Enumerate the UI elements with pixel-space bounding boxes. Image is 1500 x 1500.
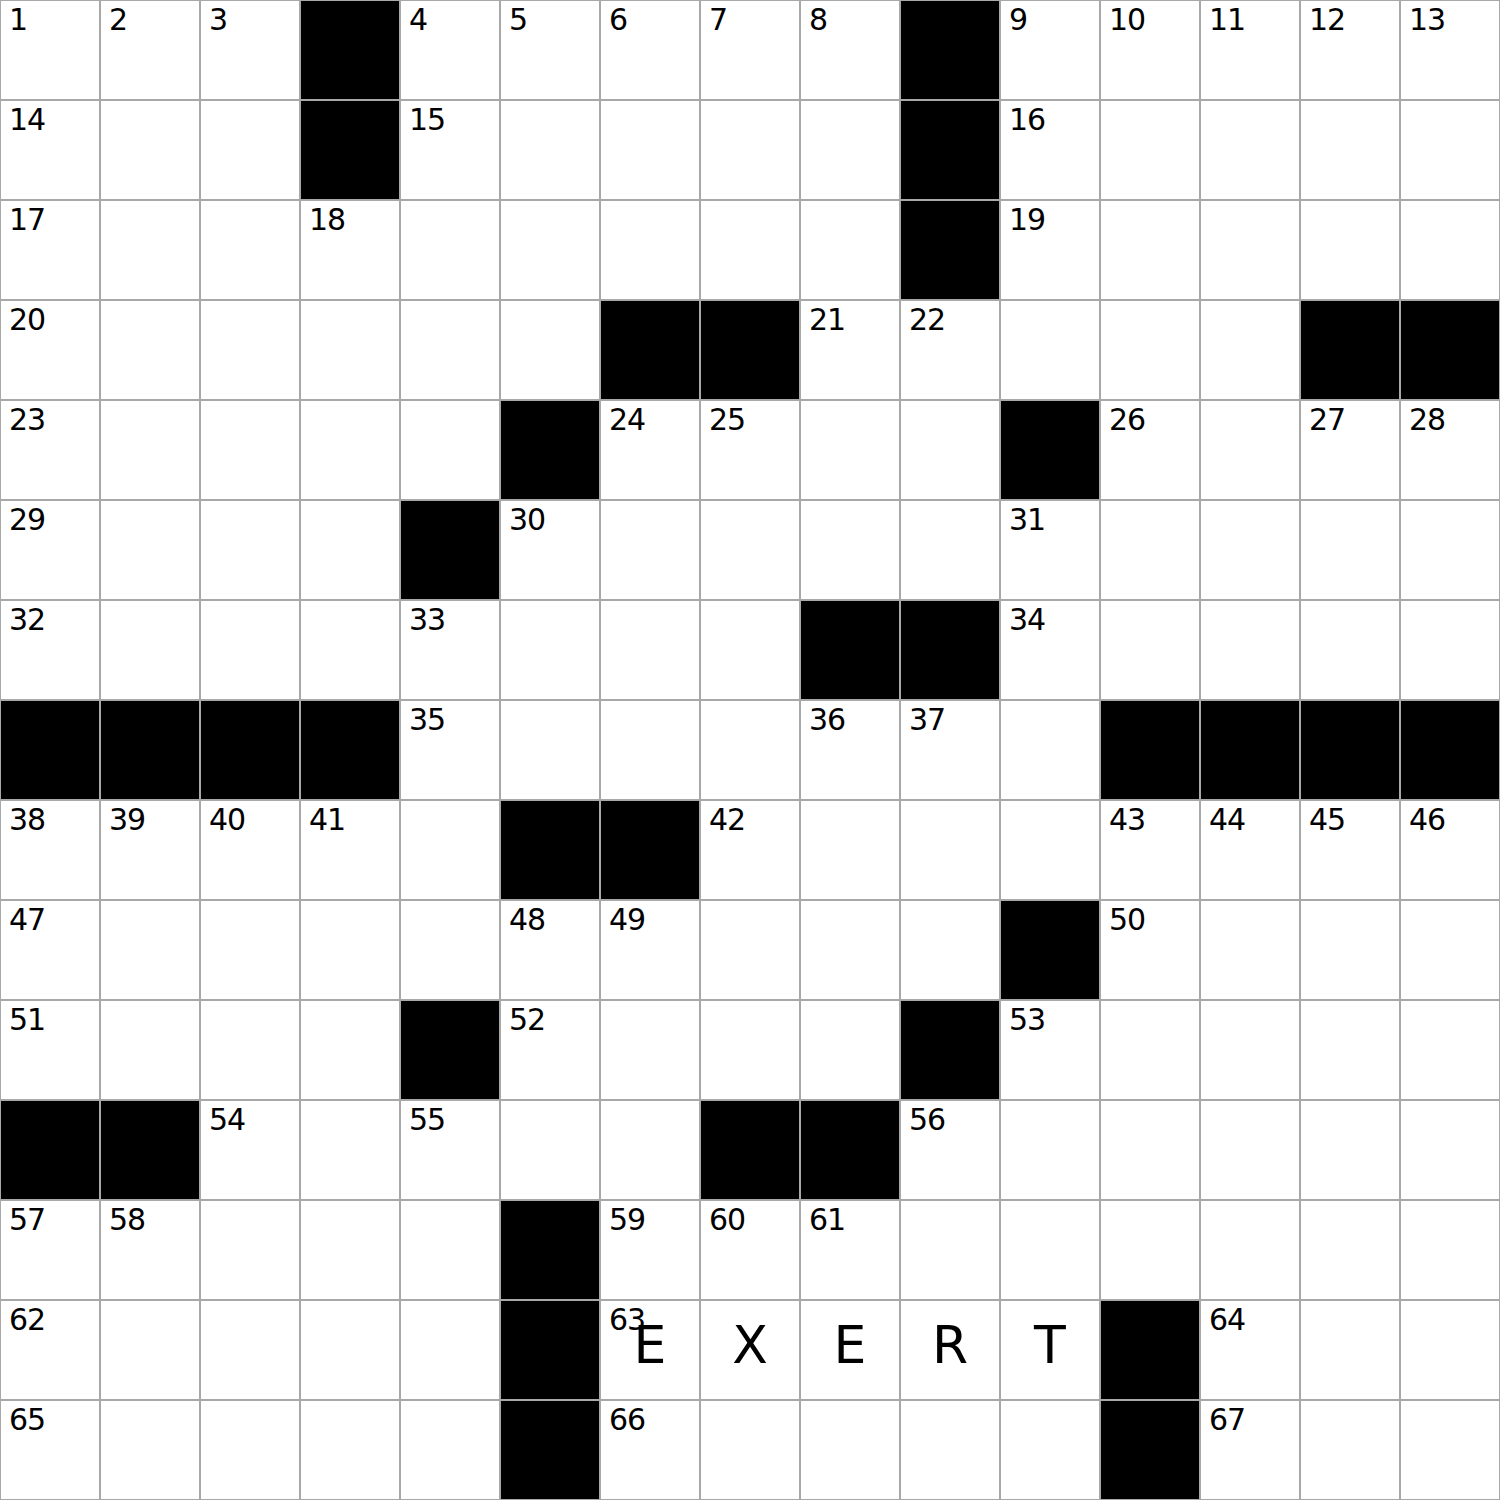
- clue-number: 9: [1009, 5, 1027, 35]
- cell-r13c4[interactable]: [301, 1201, 399, 1299]
- cell-r15c12: [1101, 1401, 1199, 1499]
- cell-r3c11[interactable]: 19: [1001, 201, 1099, 299]
- cell-r2c6[interactable]: [501, 101, 599, 199]
- cell-r14c7[interactable]: 63E: [601, 1301, 699, 1399]
- cell-r3c12[interactable]: [1101, 201, 1199, 299]
- cell-r4c9[interactable]: 21: [801, 301, 899, 399]
- cell-r8c13: [1201, 701, 1299, 799]
- clue-number: 40: [209, 805, 245, 835]
- clue-number: 55: [409, 1105, 445, 1135]
- clue-number: 8: [809, 5, 827, 35]
- clue-number: 28: [1409, 405, 1445, 435]
- cell-r9c1[interactable]: 38: [1, 801, 99, 899]
- cell-r15c9[interactable]: [801, 1401, 899, 1499]
- cell-r5c6: [501, 401, 599, 499]
- clue-number: 10: [1109, 5, 1145, 35]
- cell-r11c8[interactable]: [701, 1001, 799, 1099]
- cell-r3c4[interactable]: 18: [301, 201, 399, 299]
- cell-r14c11[interactable]: T: [1001, 1301, 1099, 1399]
- cell-r12c6[interactable]: [501, 1101, 599, 1199]
- cell-r13c8[interactable]: 60: [701, 1201, 799, 1299]
- cell-r5c14[interactable]: 27: [1301, 401, 1399, 499]
- clue-number: 32: [9, 605, 45, 635]
- cell-r6c10[interactable]: [901, 501, 999, 599]
- cell-r8c3: [201, 701, 299, 799]
- cell-r10c6[interactable]: 48: [501, 901, 599, 999]
- cell-r12c12[interactable]: [1101, 1101, 1199, 1199]
- cell-r12c10[interactable]: 56: [901, 1101, 999, 1199]
- cell-r4c10[interactable]: 22: [901, 301, 999, 399]
- clue-number: 54: [209, 1105, 245, 1135]
- cell-r10c9[interactable]: [801, 901, 899, 999]
- clue-number: 31: [1009, 505, 1045, 535]
- clue-number: 45: [1309, 805, 1345, 835]
- cell-r7c1[interactable]: 32: [1, 601, 99, 699]
- cell-r12c4[interactable]: [301, 1101, 399, 1199]
- clue-number: 34: [1009, 605, 1045, 635]
- clue-number: 7: [709, 5, 727, 35]
- clue-number: 59: [609, 1205, 645, 1235]
- cell-r4c14: [1301, 301, 1399, 399]
- cell-r10c12[interactable]: 50: [1101, 901, 1199, 999]
- cell-r3c10: [901, 201, 999, 299]
- cell-r10c10[interactable]: [901, 901, 999, 999]
- cell-r6c6[interactable]: 30: [501, 501, 599, 599]
- clue-number: 48: [509, 905, 545, 935]
- clue-number: 33: [409, 605, 445, 635]
- clue-number: 67: [1209, 1405, 1245, 1435]
- clue-number: 47: [9, 905, 45, 935]
- cell-r4c2[interactable]: [101, 301, 199, 399]
- cell-r1c6[interactable]: 5: [501, 1, 599, 99]
- cell-r12c8: [701, 1101, 799, 1199]
- cell-r9c3[interactable]: 40: [201, 801, 299, 899]
- cell-r8c12: [1101, 701, 1199, 799]
- cell-r5c5[interactable]: [401, 401, 499, 499]
- cell-r3c5[interactable]: [401, 201, 499, 299]
- clue-number: 22: [909, 305, 945, 335]
- cell-r7c5[interactable]: 33: [401, 601, 499, 699]
- cell-r9c4[interactable]: 41: [301, 801, 399, 899]
- clue-number: 56: [909, 1105, 945, 1135]
- cell-r5c13[interactable]: [1201, 401, 1299, 499]
- cell-r11c11[interactable]: 53: [1001, 1001, 1099, 1099]
- cell-r1c10: [901, 1, 999, 99]
- cell-r15c1[interactable]: 65: [1, 1401, 99, 1499]
- cell-r5c2[interactable]: [101, 401, 199, 499]
- cell-r6c1[interactable]: 29: [1, 501, 99, 599]
- cell-r6c14[interactable]: [1301, 501, 1399, 599]
- clue-number: 66: [609, 1405, 645, 1435]
- cell-r1c5[interactable]: 4: [401, 1, 499, 99]
- cell-r4c12[interactable]: [1101, 301, 1199, 399]
- cell-r13c15[interactable]: [1401, 1201, 1499, 1299]
- cell-r9c8[interactable]: 42: [701, 801, 799, 899]
- cell-r14c14[interactable]: [1301, 1301, 1399, 1399]
- clue-number: 25: [709, 405, 745, 435]
- clue-number: 65: [9, 1405, 45, 1435]
- cell-r12c5[interactable]: 55: [401, 1101, 499, 1199]
- cell-r8c7[interactable]: [601, 701, 699, 799]
- cell-r5c9[interactable]: [801, 401, 899, 499]
- clue-number: 62: [9, 1305, 45, 1335]
- cell-r15c5[interactable]: [401, 1401, 499, 1499]
- clue-number: 57: [9, 1205, 45, 1235]
- cell-r7c11[interactable]: 34: [1001, 601, 1099, 699]
- cell-r7c2[interactable]: [101, 601, 199, 699]
- cell-r7c8[interactable]: [701, 601, 799, 699]
- cell-r15c15[interactable]: [1401, 1401, 1499, 1499]
- cell-r1c15[interactable]: 13: [1401, 1, 1499, 99]
- cell-r11c13[interactable]: [1201, 1001, 1299, 1099]
- cell-r9c2[interactable]: 39: [101, 801, 199, 899]
- cell-r14c1[interactable]: 62: [1, 1301, 99, 1399]
- cell-r12c1: [1, 1101, 99, 1199]
- cell-r14c5[interactable]: [401, 1301, 499, 1399]
- cell-r15c13[interactable]: 67: [1201, 1401, 1299, 1499]
- cell-r13c13[interactable]: [1201, 1201, 1299, 1299]
- clue-number: 3: [209, 5, 227, 35]
- crossword-grid: 1234567891011121314151617181920212223242…: [0, 0, 1500, 1500]
- cell-r5c7[interactable]: 24: [601, 401, 699, 499]
- cell-r3c15[interactable]: [1401, 201, 1499, 299]
- cell-r13c12[interactable]: [1101, 1201, 1199, 1299]
- cell-r13c5[interactable]: [401, 1201, 499, 1299]
- clue-number: 44: [1209, 805, 1245, 835]
- clue-number: 50: [1109, 905, 1145, 935]
- cell-r15c8[interactable]: [701, 1401, 799, 1499]
- cell-r2c15[interactable]: [1401, 101, 1499, 199]
- cell-r10c3[interactable]: [201, 901, 299, 999]
- cell-r6c7[interactable]: [601, 501, 699, 599]
- clue-number: 12: [1309, 5, 1345, 35]
- cell-r9c12[interactable]: 43: [1101, 801, 1199, 899]
- cell-r3c2[interactable]: [101, 201, 199, 299]
- cell-r7c4[interactable]: [301, 601, 399, 699]
- cell-r1c8[interactable]: 7: [701, 1, 799, 99]
- cell-r1c2[interactable]: 2: [101, 1, 199, 99]
- cell-r11c3[interactable]: [201, 1001, 299, 1099]
- cell-r6c13[interactable]: [1201, 501, 1299, 599]
- cell-r14c2[interactable]: [101, 1301, 199, 1399]
- cell-r7c10: [901, 601, 999, 699]
- cell-r11c10: [901, 1001, 999, 1099]
- cell-r2c13[interactable]: [1201, 101, 1299, 199]
- clue-number: 16: [1009, 105, 1045, 135]
- clue-number: 21: [809, 305, 845, 335]
- clue-number: 52: [509, 1005, 545, 1035]
- cell-r6c11[interactable]: 31: [1001, 501, 1099, 599]
- cell-r4c8: [701, 301, 799, 399]
- cell-r15c2[interactable]: [101, 1401, 199, 1499]
- cell-r4c3[interactable]: [201, 301, 299, 399]
- cell-r4c4[interactable]: [301, 301, 399, 399]
- cell-r11c15[interactable]: [1401, 1001, 1499, 1099]
- cell-r10c8[interactable]: [701, 901, 799, 999]
- clue-number: 23: [9, 405, 45, 435]
- cell-r10c4[interactable]: [301, 901, 399, 999]
- clue-number: 15: [409, 105, 445, 135]
- clue-number: 18: [309, 205, 345, 235]
- cell-r3c1[interactable]: 17: [1, 201, 99, 299]
- cell-r5c15[interactable]: 28: [1401, 401, 1499, 499]
- cell-r6c9[interactable]: [801, 501, 899, 599]
- cell-r8c1: [1, 701, 99, 799]
- cell-r11c4[interactable]: [301, 1001, 399, 1099]
- cell-r10c7[interactable]: 49: [601, 901, 699, 999]
- cell-r3c14[interactable]: [1301, 201, 1399, 299]
- cell-r8c10[interactable]: 37: [901, 701, 999, 799]
- cell-r1c12[interactable]: 10: [1101, 1, 1199, 99]
- cell-r3c7[interactable]: [601, 201, 699, 299]
- cell-r10c13[interactable]: [1201, 901, 1299, 999]
- cell-r8c15: [1401, 701, 1499, 799]
- cell-r11c5: [401, 1001, 499, 1099]
- cell-r11c12[interactable]: [1101, 1001, 1199, 1099]
- cell-r2c4: [301, 101, 399, 199]
- clue-number: 51: [9, 1005, 45, 1035]
- cell-r2c3[interactable]: [201, 101, 299, 199]
- cell-r15c3[interactable]: [201, 1401, 299, 1499]
- cell-r6c2[interactable]: [101, 501, 199, 599]
- clue-number: 53: [1009, 1005, 1045, 1035]
- cell-r7c15[interactable]: [1401, 601, 1499, 699]
- cell-r11c2[interactable]: [101, 1001, 199, 1099]
- cell-letter: X: [701, 1301, 799, 1394]
- cell-r2c10: [901, 101, 999, 199]
- clue-number: 19: [1009, 205, 1045, 235]
- clue-number: 17: [9, 205, 45, 235]
- clue-number: 42: [709, 805, 745, 835]
- clue-number: 30: [509, 505, 545, 535]
- cell-r6c5: [401, 501, 499, 599]
- cell-r9c10[interactable]: [901, 801, 999, 899]
- clue-number: 4: [409, 5, 427, 35]
- cell-r6c12[interactable]: [1101, 501, 1199, 599]
- cell-r1c14[interactable]: 12: [1301, 1, 1399, 99]
- cell-r14c12: [1101, 1301, 1199, 1399]
- clue-number: 35: [409, 705, 445, 735]
- clue-number: 5: [509, 5, 527, 35]
- cell-r9c6: [501, 801, 599, 899]
- cell-r1c11[interactable]: 9: [1001, 1, 1099, 99]
- clue-number: 11: [1209, 5, 1245, 35]
- cell-r13c14[interactable]: [1301, 1201, 1399, 1299]
- cell-r15c7[interactable]: 66: [601, 1401, 699, 1499]
- cell-r15c4[interactable]: [301, 1401, 399, 1499]
- cell-r13c7[interactable]: 59: [601, 1201, 699, 1299]
- cell-r1c3[interactable]: 3: [201, 1, 299, 99]
- clue-number: 13: [1409, 5, 1445, 35]
- cell-r12c13[interactable]: [1201, 1101, 1299, 1199]
- clue-number: 64: [1209, 1305, 1245, 1335]
- cell-r7c13[interactable]: [1201, 601, 1299, 699]
- cell-r8c4: [301, 701, 399, 799]
- cell-r11c1[interactable]: 51: [1, 1001, 99, 1099]
- cell-r4c15: [1401, 301, 1499, 399]
- cell-letter: E: [601, 1301, 699, 1394]
- cell-r7c14[interactable]: [1301, 601, 1399, 699]
- cell-r5c10[interactable]: [901, 401, 999, 499]
- cell-r15c11[interactable]: [1001, 1401, 1099, 1499]
- cell-r9c15[interactable]: 46: [1401, 801, 1499, 899]
- cell-r15c10[interactable]: [901, 1401, 999, 1499]
- cell-r6c4[interactable]: [301, 501, 399, 599]
- cell-r6c8[interactable]: [701, 501, 799, 599]
- cell-r7c12[interactable]: [1101, 601, 1199, 699]
- cell-r8c2: [101, 701, 199, 799]
- clue-number: 2: [109, 5, 127, 35]
- cell-r13c1[interactable]: 57: [1, 1201, 99, 1299]
- cell-letter: E: [801, 1301, 899, 1394]
- clue-number: 37: [909, 705, 945, 735]
- cell-letter: R: [901, 1301, 999, 1394]
- cell-r1c13[interactable]: 11: [1201, 1, 1299, 99]
- clue-number: 20: [9, 305, 45, 335]
- cell-r3c6[interactable]: [501, 201, 599, 299]
- cell-r5c8[interactable]: 25: [701, 401, 799, 499]
- clue-number: 46: [1409, 805, 1445, 835]
- cell-r2c8[interactable]: [701, 101, 799, 199]
- cell-r2c9[interactable]: [801, 101, 899, 199]
- cell-r13c10[interactable]: [901, 1201, 999, 1299]
- cell-r2c11[interactable]: 16: [1001, 101, 1099, 199]
- clue-number: 60: [709, 1205, 745, 1235]
- cell-r4c13[interactable]: [1201, 301, 1299, 399]
- cell-r12c7[interactable]: [601, 1101, 699, 1199]
- clue-number: 26: [1109, 405, 1145, 435]
- cell-r7c7[interactable]: [601, 601, 699, 699]
- cell-r12c2: [101, 1101, 199, 1199]
- cell-r5c12[interactable]: 26: [1101, 401, 1199, 499]
- cell-r11c14[interactable]: [1301, 1001, 1399, 1099]
- cell-r10c15[interactable]: [1401, 901, 1499, 999]
- cell-r2c1[interactable]: 14: [1, 101, 99, 199]
- cell-r7c6[interactable]: [501, 601, 599, 699]
- cell-r13c2[interactable]: 58: [101, 1201, 199, 1299]
- cell-r13c11[interactable]: [1001, 1201, 1099, 1299]
- cell-r14c4[interactable]: [301, 1301, 399, 1399]
- cell-r14c15[interactable]: [1401, 1301, 1499, 1399]
- cell-r2c7[interactable]: [601, 101, 699, 199]
- cell-r12c14[interactable]: [1301, 1101, 1399, 1199]
- cell-r14c6: [501, 1301, 599, 1399]
- cell-r14c3[interactable]: [201, 1301, 299, 1399]
- cell-r4c1[interactable]: 20: [1, 301, 99, 399]
- cell-r8c14: [1301, 701, 1399, 799]
- clue-number: 43: [1109, 805, 1145, 835]
- cell-r13c3[interactable]: [201, 1201, 299, 1299]
- cell-r3c9[interactable]: [801, 201, 899, 299]
- clue-number: 41: [309, 805, 345, 835]
- cell-r1c7[interactable]: 6: [601, 1, 699, 99]
- cell-r10c1[interactable]: 47: [1, 901, 99, 999]
- clue-number: 61: [809, 1205, 845, 1235]
- cell-r8c5[interactable]: 35: [401, 701, 499, 799]
- cell-r4c7: [601, 301, 699, 399]
- clue-number: 38: [9, 805, 45, 835]
- cell-r3c13[interactable]: [1201, 201, 1299, 299]
- cell-r2c14[interactable]: [1301, 101, 1399, 199]
- cell-r1c4: [301, 1, 399, 99]
- cell-r12c3[interactable]: 54: [201, 1101, 299, 1199]
- cell-r9c5[interactable]: [401, 801, 499, 899]
- cell-r10c14[interactable]: [1301, 901, 1399, 999]
- cell-r3c8[interactable]: [701, 201, 799, 299]
- crossword-board: 1234567891011121314151617181920212223242…: [0, 0, 1500, 1500]
- clue-number: 29: [9, 505, 45, 535]
- cell-r12c9: [801, 1101, 899, 1199]
- cell-r9c9[interactable]: [801, 801, 899, 899]
- clue-number: 6: [609, 5, 627, 35]
- cell-r5c4[interactable]: [301, 401, 399, 499]
- clue-number: 39: [109, 805, 145, 835]
- cell-r10c11: [1001, 901, 1099, 999]
- clue-number: 1: [9, 5, 27, 35]
- cell-r8c8[interactable]: [701, 701, 799, 799]
- cell-r9c14[interactable]: 45: [1301, 801, 1399, 899]
- cell-r1c1[interactable]: 1: [1, 1, 99, 99]
- cell-r13c9[interactable]: 61: [801, 1201, 899, 1299]
- cell-r2c5[interactable]: 15: [401, 101, 499, 199]
- cell-r6c15[interactable]: [1401, 501, 1499, 599]
- cell-r12c15[interactable]: [1401, 1101, 1499, 1199]
- cell-r7c3[interactable]: [201, 601, 299, 699]
- cell-r7c9: [801, 601, 899, 699]
- cell-r4c6[interactable]: [501, 301, 599, 399]
- cell-r1c9[interactable]: 8: [801, 1, 899, 99]
- cell-r14c8[interactable]: X: [701, 1301, 799, 1399]
- cell-r15c6: [501, 1401, 599, 1499]
- cell-r2c2[interactable]: [101, 101, 199, 199]
- cell-r8c6[interactable]: [501, 701, 599, 799]
- cell-r10c5[interactable]: [401, 901, 499, 999]
- cell-r12c11[interactable]: [1001, 1101, 1099, 1199]
- cell-r2c12[interactable]: [1101, 101, 1199, 199]
- cell-r5c3[interactable]: [201, 401, 299, 499]
- cell-r6c3[interactable]: [201, 501, 299, 599]
- clue-number: 36: [809, 705, 845, 735]
- cell-r11c7[interactable]: [601, 1001, 699, 1099]
- cell-r9c7: [601, 801, 699, 899]
- cell-r3c3[interactable]: [201, 201, 299, 299]
- cell-r4c5[interactable]: [401, 301, 499, 399]
- cell-r5c11: [1001, 401, 1099, 499]
- cell-letter: T: [1001, 1301, 1099, 1394]
- clue-number: 14: [9, 105, 45, 135]
- clue-number: 24: [609, 405, 645, 435]
- cell-r10c2[interactable]: [101, 901, 199, 999]
- cell-r8c11[interactable]: [1001, 701, 1099, 799]
- clue-number: 49: [609, 905, 645, 935]
- cell-r13c6: [501, 1201, 599, 1299]
- clue-number: 27: [1309, 405, 1345, 435]
- cell-r15c14[interactable]: [1301, 1401, 1399, 1499]
- cell-r11c6[interactable]: 52: [501, 1001, 599, 1099]
- cell-r5c1[interactable]: 23: [1, 401, 99, 499]
- cell-r8c9[interactable]: 36: [801, 701, 899, 799]
- cell-r4c11[interactable]: [1001, 301, 1099, 399]
- cell-r14c9[interactable]: E: [801, 1301, 899, 1399]
- cell-r14c10[interactable]: R: [901, 1301, 999, 1399]
- clue-number: 58: [109, 1205, 145, 1235]
- cell-r9c13[interactable]: 44: [1201, 801, 1299, 899]
- cell-r11c9[interactable]: [801, 1001, 899, 1099]
- cell-r14c13[interactable]: 64: [1201, 1301, 1299, 1399]
- cell-r9c11[interactable]: [1001, 801, 1099, 899]
